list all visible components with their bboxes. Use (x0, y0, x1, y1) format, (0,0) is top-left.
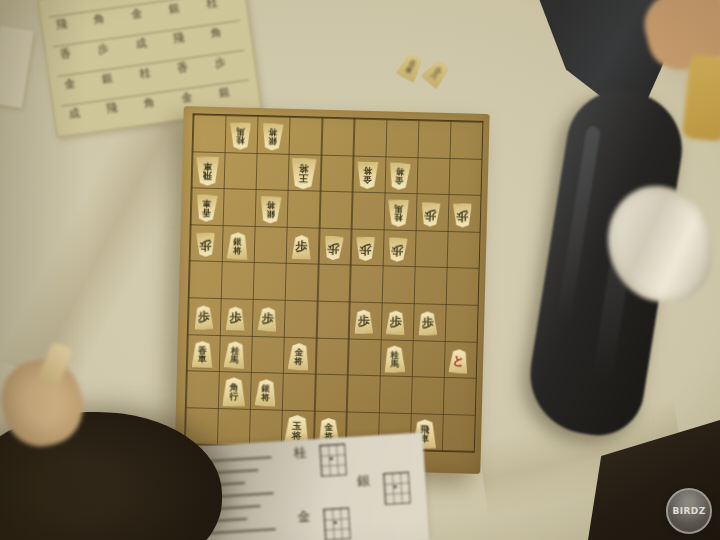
piece-kanji: 歩 (391, 244, 404, 256)
chart-piece-glyph: 金 (131, 8, 143, 20)
piece-kanji: 歩 (295, 241, 307, 253)
chart-piece-glyph: 銀 (101, 72, 113, 84)
chart-piece-glyph: 香 (59, 48, 71, 60)
piece-kanji: 馬 (391, 359, 400, 368)
chart-piece-glyph: 桂 (206, 0, 218, 10)
movement-diagram: 金 (297, 507, 359, 540)
chart-piece-glyph: 成 (68, 107, 80, 119)
chart-piece-glyph: 歩 (97, 43, 109, 55)
piece-kanji: 将 (233, 245, 242, 254)
piece-kanji: 車 (202, 200, 211, 209)
chart-piece-glyph: 香 (177, 62, 189, 74)
piece-kanji: 桂 (394, 213, 403, 221)
movement-diagram: 桂 (293, 443, 355, 479)
chart-piece-glyph: 角 (93, 13, 105, 25)
piece-kanji: 馬 (230, 355, 239, 364)
piece-kanji: 金 (363, 176, 372, 185)
piece-kanji: 歩 (457, 209, 469, 221)
piece-kanji: 歩 (327, 242, 340, 255)
piece-kanji: 歩 (360, 243, 372, 255)
chart-piece-glyph: 成 (135, 37, 147, 49)
piece-kanji: 馬 (394, 205, 403, 213)
chart-piece-glyph: 歩 (214, 57, 226, 69)
piece-kanji: 銀 (267, 136, 276, 145)
piece-kanji: 歩 (229, 313, 241, 325)
piece-kanji: 将 (261, 393, 270, 402)
piece-kanji: 歩 (390, 317, 403, 329)
chart-piece-glyph: 飛 (172, 32, 184, 44)
diagram-kanji: 銀 (357, 474, 371, 488)
piece-kanji: 将 (266, 201, 275, 210)
boot-highlight (556, 125, 601, 325)
piece-kanji: 将 (268, 128, 277, 137)
piece-kanji: 車 (404, 65, 414, 75)
photo-scene: 飛角金銀桂香歩成飛角金銀桂香歩成飛角金銀 香車歩兵 桂馬銀将飛車王将金将金将香車… (0, 0, 720, 540)
diagram-grid (323, 507, 351, 540)
piece-kanji: 香 (201, 208, 210, 217)
piece-kanji: 歩 (199, 239, 211, 251)
chart-piece-glyph: 角 (143, 97, 155, 109)
captured-piece[interactable]: 香車 (395, 51, 426, 84)
piece-kanji: 王 (298, 174, 308, 184)
piece-kanji: 将 (292, 430, 302, 440)
piece-kanji: 歩 (358, 316, 370, 328)
piece-kanji: 飛 (203, 172, 212, 181)
piece-kanji: 歩 (197, 312, 209, 324)
diagram-kanji: 桂 (293, 446, 307, 460)
diagram-kanji: 金 (297, 510, 311, 524)
piece-kanji: 将 (395, 168, 404, 177)
piece-kanji: 歩 (261, 313, 274, 326)
piece-kanji: 玉 (292, 421, 302, 431)
piece-kanji: 桂 (236, 136, 245, 144)
piece-kanji: 兵 (429, 71, 440, 82)
chart-piece-glyph: 飛 (105, 102, 117, 114)
diagram-grid (319, 443, 347, 477)
piece-kanji: 行 (229, 392, 238, 401)
movement-diagram: 銀 (357, 471, 419, 507)
piece-kanji: 馬 (236, 127, 245, 135)
piece-kanji: 将 (294, 357, 303, 366)
piece-kanji: 歩 (422, 318, 434, 330)
shogi-board: 桂馬銀将飛車王将金将金将香車銀将桂馬歩歩歩銀将歩歩歩歩歩歩歩歩歩歩香車桂馬金将桂… (174, 106, 489, 474)
piece-kanji: 将 (363, 167, 372, 176)
captured-piece[interactable]: 歩兵 (420, 56, 453, 89)
chart-piece-glyph: 銀 (218, 86, 230, 98)
chart-piece-glyph: 飛 (55, 18, 67, 30)
paper-edge (0, 26, 34, 108)
piece-kanji: 銀 (266, 210, 275, 219)
piece-kanji: 将 (299, 165, 309, 175)
birdz-watermark: BIRDZ (666, 488, 712, 534)
birdz-label: BIRDZ (672, 506, 705, 516)
piece-kanji: 金 (395, 176, 404, 185)
diagram-grid (383, 471, 411, 505)
chart-piece-glyph: 桂 (139, 67, 151, 79)
piece-kanji: 歩 (424, 208, 437, 220)
piece-kanji: 車 (198, 354, 207, 363)
chart-piece-glyph: 角 (210, 27, 222, 39)
chart-piece-glyph: 銀 (168, 2, 180, 14)
piece-kanji: と (452, 355, 465, 368)
chart-piece-glyph: 金 (181, 92, 193, 104)
piece-kanji: 車 (203, 163, 212, 172)
chart-piece-glyph: 金 (64, 78, 76, 90)
